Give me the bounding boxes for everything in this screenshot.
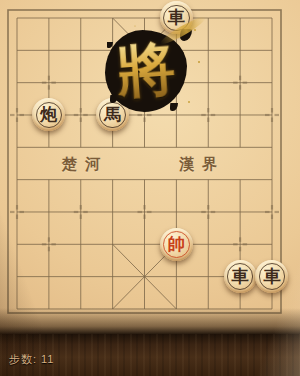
piece-glyph: 車 [263, 268, 280, 285]
piece-glyph: 馬 [104, 106, 121, 123]
piece-black-cannon[interactable]: 炮 [32, 98, 65, 131]
piece-black-chariot[interactable]: 車 [255, 260, 288, 293]
piece-black-chariot[interactable]: 車 [224, 260, 257, 293]
step-counter-value: 11 [41, 353, 54, 365]
step-counter-label: 步数: [9, 353, 37, 365]
pieces-layer: 車炮馬帥車車 [1, 2, 288, 325]
piece-glyph: 帥 [168, 235, 185, 252]
piece-glyph: 車 [168, 9, 185, 26]
piece-black-horse[interactable]: 馬 [96, 98, 129, 131]
piece-red-general[interactable]: 帥 [160, 228, 193, 261]
piece-glyph: 炮 [40, 106, 57, 123]
step-counter: 步数:11 [9, 352, 54, 367]
xiangqi-game-screen: 楚河 漢界 車炮馬帥車車 將 步数:11 [0, 0, 300, 376]
bottom-bar: 步数:11 [0, 334, 300, 376]
piece-black-chariot[interactable]: 車 [160, 1, 193, 34]
piece-glyph: 車 [232, 268, 249, 285]
